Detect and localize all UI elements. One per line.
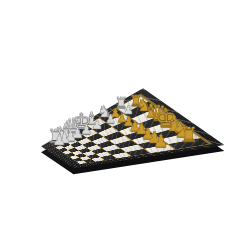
piece-gold-R[interactable]: ♜: [179, 125, 198, 146]
piece-silver-P[interactable]: ♟: [91, 118, 103, 131]
piece-silver-P[interactable]: ♟: [105, 112, 116, 124]
pieces-layer: ♜♜♞♟♟♝♞♟♟♛♝♟♚♟♚♟♝♟♛♟♟♝♞♟♟♞♜♟♟♜♟♟: [0, 0, 240, 240]
piece-gold-P[interactable]: ♟: [153, 133, 168, 150]
product-photo: ♜♜♞♟♟♝♞♟♟♛♝♟♚♟♚♟♝♟♛♟♟♝♞♟♟♞♜♟♟♜♟♟: [0, 0, 240, 240]
piece-silver-P[interactable]: ♟: [53, 133, 66, 148]
